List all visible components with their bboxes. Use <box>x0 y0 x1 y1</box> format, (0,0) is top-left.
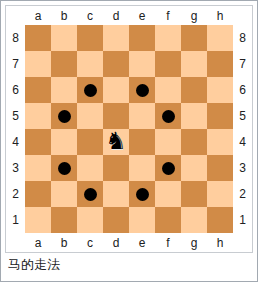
chess-diagram-image[interactable]: abcdefgh887766554♞4332211abcdefgh <box>5 5 253 253</box>
square-h8 <box>207 25 233 51</box>
file-label-b: b <box>51 6 77 25</box>
square-a2 <box>25 181 51 207</box>
square-e3 <box>129 155 155 181</box>
square-a6 <box>25 77 51 103</box>
square-h4 <box>207 129 233 155</box>
move-dot-c6 <box>84 84 97 97</box>
chess-diagram-card: abcdefgh887766554♞4332211abcdefgh 马的走法 <box>0 0 258 282</box>
square-d6 <box>103 77 129 103</box>
rank-label-2: 2 <box>233 181 252 207</box>
square-f7 <box>155 51 181 77</box>
square-b5 <box>51 103 77 129</box>
rank-label-7: 7 <box>6 51 25 77</box>
file-label-a: a <box>25 6 51 25</box>
file-label-h: h <box>207 6 233 25</box>
move-dot-f3 <box>162 162 175 175</box>
square-c1 <box>77 207 103 233</box>
chess-board: abcdefgh887766554♞4332211abcdefgh <box>6 6 252 252</box>
square-c5 <box>77 103 103 129</box>
square-g7 <box>181 51 207 77</box>
move-dot-b5 <box>58 110 71 123</box>
square-e8 <box>129 25 155 51</box>
rank-label-8: 8 <box>233 25 252 51</box>
rank-label-8: 8 <box>6 25 25 51</box>
file-label-h: h <box>207 233 233 252</box>
square-d8 <box>103 25 129 51</box>
file-label-c: c <box>77 233 103 252</box>
rank-label-1: 1 <box>6 207 25 233</box>
rank-label-6: 6 <box>6 77 25 103</box>
square-f5 <box>155 103 181 129</box>
corner-spacer <box>233 6 252 25</box>
square-g2 <box>181 181 207 207</box>
square-g3 <box>181 155 207 181</box>
square-d4: ♞ <box>103 129 129 155</box>
square-c8 <box>77 25 103 51</box>
square-a7 <box>25 51 51 77</box>
file-label-g: g <box>181 6 207 25</box>
file-label-d: d <box>103 233 129 252</box>
square-a5 <box>25 103 51 129</box>
rank-label-4: 4 <box>233 129 252 155</box>
square-f3 <box>155 155 181 181</box>
file-label-d: d <box>103 6 129 25</box>
square-h5 <box>207 103 233 129</box>
square-g8 <box>181 25 207 51</box>
square-b6 <box>51 77 77 103</box>
corner-spacer <box>6 6 25 25</box>
square-e6 <box>129 77 155 103</box>
square-d5 <box>103 103 129 129</box>
square-c7 <box>77 51 103 77</box>
square-e4 <box>129 129 155 155</box>
square-d3 <box>103 155 129 181</box>
rank-label-4: 4 <box>6 129 25 155</box>
square-e2 <box>129 181 155 207</box>
square-f1 <box>155 207 181 233</box>
move-dot-b3 <box>58 162 71 175</box>
file-label-a: a <box>25 233 51 252</box>
square-b2 <box>51 181 77 207</box>
square-d2 <box>103 181 129 207</box>
square-b7 <box>51 51 77 77</box>
square-f2 <box>155 181 181 207</box>
move-dot-f5 <box>162 110 175 123</box>
caption: 马的走法 <box>5 253 253 277</box>
square-a8 <box>25 25 51 51</box>
square-c4 <box>77 129 103 155</box>
file-label-g: g <box>181 233 207 252</box>
square-f4 <box>155 129 181 155</box>
file-label-f: f <box>155 6 181 25</box>
move-dot-c2 <box>84 188 97 201</box>
rank-label-3: 3 <box>233 155 252 181</box>
file-label-c: c <box>77 6 103 25</box>
rank-label-3: 3 <box>6 155 25 181</box>
square-h7 <box>207 51 233 77</box>
square-e7 <box>129 51 155 77</box>
corner-spacer <box>6 233 25 252</box>
square-a1 <box>25 207 51 233</box>
square-h3 <box>207 155 233 181</box>
rank-label-6: 6 <box>233 77 252 103</box>
square-b4 <box>51 129 77 155</box>
move-dot-e2 <box>136 188 149 201</box>
square-g5 <box>181 103 207 129</box>
square-g4 <box>181 129 207 155</box>
square-c3 <box>77 155 103 181</box>
square-h6 <box>207 77 233 103</box>
file-label-f: f <box>155 233 181 252</box>
square-f8 <box>155 25 181 51</box>
square-e5 <box>129 103 155 129</box>
square-h2 <box>207 181 233 207</box>
rank-label-5: 5 <box>6 103 25 129</box>
file-label-e: e <box>129 6 155 25</box>
square-g1 <box>181 207 207 233</box>
square-f6 <box>155 77 181 103</box>
square-b1 <box>51 207 77 233</box>
square-a3 <box>25 155 51 181</box>
rank-label-5: 5 <box>233 103 252 129</box>
black-knight: ♞ <box>105 129 127 153</box>
square-c2 <box>77 181 103 207</box>
square-e1 <box>129 207 155 233</box>
square-d1 <box>103 207 129 233</box>
rank-label-7: 7 <box>233 51 252 77</box>
file-label-e: e <box>129 233 155 252</box>
rank-label-2: 2 <box>6 181 25 207</box>
square-h1 <box>207 207 233 233</box>
square-b3 <box>51 155 77 181</box>
square-d7 <box>103 51 129 77</box>
square-a4 <box>25 129 51 155</box>
square-c6 <box>77 77 103 103</box>
file-label-b: b <box>51 233 77 252</box>
corner-spacer <box>233 233 252 252</box>
square-b8 <box>51 25 77 51</box>
move-dot-e6 <box>136 84 149 97</box>
rank-label-1: 1 <box>233 207 252 233</box>
square-g6 <box>181 77 207 103</box>
